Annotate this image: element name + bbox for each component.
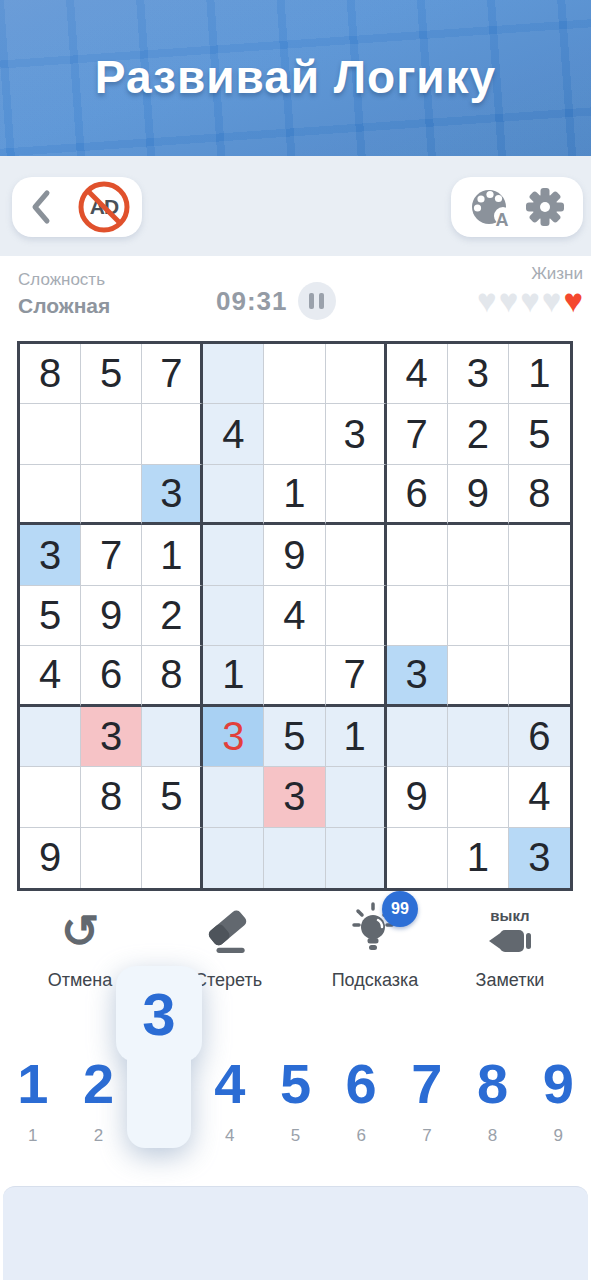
cell-r9c8[interactable]: 1 [448,828,509,888]
number-pad: 11223445566778899 [0,1048,591,1160]
cell-r1c1[interactable]: 8 [20,344,81,404]
cell-r8c5[interactable]: 3 [264,767,325,827]
cell-r4c9[interactable] [509,525,570,585]
chevron-left-icon [26,185,56,229]
no-ads-button[interactable]: AD [76,179,132,235]
pause-button[interactable] [298,282,336,320]
cell-r5c8[interactable] [448,586,509,646]
cell-r8c3[interactable]: 5 [142,767,203,827]
cell-r9c4[interactable] [203,828,264,888]
numpad-digit: 6 [328,1048,394,1120]
pause-icon [309,293,314,309]
cell-r5c1[interactable]: 5 [20,586,81,646]
numpad-remaining-count: 6 [328,1126,394,1146]
banner-title: Развивай Логику [0,50,591,104]
cell-r2c6[interactable]: 3 [326,404,387,464]
cell-r7c4[interactable]: 3 [203,707,264,767]
cell-r6c6[interactable]: 7 [326,646,387,706]
cell-r6c7[interactable]: 3 [387,646,448,706]
cell-r6c3[interactable]: 8 [142,646,203,706]
cell-r7c7[interactable] [387,707,448,767]
hint-label: Подсказка [310,970,440,991]
numpad-remaining-count: 4 [197,1126,263,1146]
cell-r3c3[interactable]: 3 [142,465,203,525]
gear-icon [521,183,569,231]
back-button[interactable] [26,185,56,229]
difficulty-label: Сложность [18,270,110,290]
cell-r8c2[interactable]: 8 [81,767,142,827]
numpad-key-1[interactable]: 11 [0,1048,66,1160]
cell-r6c8[interactable] [448,646,509,706]
toolbar: AD A [0,156,591,256]
cell-r4c4[interactable] [203,525,264,585]
difficulty-block: Сложность Сложная [18,270,110,318]
numpad-digit: 4 [197,1048,263,1120]
cell-r5c5[interactable]: 4 [264,586,325,646]
numpad-remaining-count: 1 [0,1126,66,1146]
pressed-key-digit: 3 [142,980,175,1049]
numpad-digit: 8 [460,1048,526,1120]
cell-r1c8[interactable]: 3 [448,344,509,404]
notes-button[interactable]: выкл Заметки [445,900,575,991]
numpad-digit: 1 [0,1048,66,1120]
hint-count-badge: 99 [382,891,418,927]
cell-r5c3[interactable]: 2 [142,586,203,646]
numpad-remaining-count: 8 [460,1126,526,1146]
cell-r7c6[interactable]: 1 [326,707,387,767]
numpad-key-7[interactable]: 77 [394,1048,460,1160]
heart-icon: ♥ [542,282,564,319]
cell-r1c9[interactable]: 1 [509,344,570,404]
cell-r4c7[interactable] [387,525,448,585]
cell-r4c6[interactable] [326,525,387,585]
cell-r9c6[interactable] [326,828,387,888]
heart-icon: ♥ [477,282,499,319]
cell-r7c3[interactable] [142,707,203,767]
theme-button[interactable]: A [465,181,517,233]
cell-r4c2[interactable]: 7 [81,525,142,585]
cell-r8c1[interactable] [20,767,81,827]
cell-r8c8[interactable] [448,767,509,827]
cell-r1c5[interactable] [264,344,325,404]
numpad-digit: 7 [394,1048,460,1120]
ad-banner-area [3,1186,588,1280]
cell-r2c9[interactable]: 5 [509,404,570,464]
cell-r5c2[interactable]: 9 [81,586,142,646]
back-noads-pill: AD [12,177,142,237]
notes-label: Заметки [445,970,575,991]
notes-state: выкл [490,907,529,924]
cell-r9c3[interactable] [142,828,203,888]
cell-r7c8[interactable] [448,707,509,767]
cell-r1c7[interactable]: 4 [387,344,448,404]
cell-r3c9[interactable]: 8 [509,465,570,525]
cell-r3c1[interactable] [20,465,81,525]
lives-block: Жизни ♥♥♥♥♥ [477,264,585,324]
svg-text:A: A [496,210,509,230]
cell-r6c9[interactable] [509,646,570,706]
cell-r1c4[interactable] [203,344,264,404]
cell-r8c6[interactable] [326,767,387,827]
cell-r6c1[interactable]: 4 [20,646,81,706]
cell-r9c5[interactable] [264,828,325,888]
cell-r4c5[interactable]: 9 [264,525,325,585]
cell-r2c2[interactable] [81,404,142,464]
numpad-remaining-count: 9 [525,1126,591,1146]
cell-r2c4[interactable]: 4 [203,404,264,464]
heart-icon: ♥ [563,282,585,319]
pressed-key-bubble: 3 [116,966,202,1062]
cell-r7c1[interactable] [20,707,81,767]
palette-icon: A [465,181,517,233]
cell-r2c3[interactable] [142,404,203,464]
cell-r4c8[interactable] [448,525,509,585]
cell-r3c7[interactable]: 6 [387,465,448,525]
cell-r3c4[interactable] [203,465,264,525]
cell-r5c4[interactable] [203,586,264,646]
cell-r1c3[interactable]: 7 [142,344,203,404]
cell-r7c2[interactable]: 3 [81,707,142,767]
cell-r7c9[interactable]: 6 [509,707,570,767]
cell-r8c4[interactable] [203,767,264,827]
cell-r3c5[interactable]: 1 [264,465,325,525]
cell-r7c5[interactable]: 5 [264,707,325,767]
settings-button[interactable] [521,183,569,231]
numpad-remaining-count: 2 [66,1126,132,1146]
eraser-icon [203,906,253,956]
numpad-digit: 2 [66,1048,132,1120]
numpad-digit: 9 [525,1048,591,1120]
cell-r8c7[interactable]: 9 [387,767,448,827]
cell-r2c8[interactable]: 2 [448,404,509,464]
numpad-key-8[interactable]: 88 [460,1048,526,1160]
cell-r1c6[interactable] [326,344,387,404]
cell-r9c7[interactable] [387,828,448,888]
numpad-remaining-count: 5 [263,1126,329,1146]
numpad-key-5[interactable]: 55 [263,1048,329,1160]
cell-r6c2[interactable]: 6 [81,646,142,706]
heart-icon: ♥ [499,282,521,319]
timer: 09:31 [216,286,288,317]
cell-r2c5[interactable] [264,404,325,464]
cell-r9c2[interactable] [81,828,142,888]
sudoku-board: 8574314372531698371959244681733351685394… [17,341,573,891]
undo-icon: ↺ [61,908,100,954]
cell-r9c9[interactable]: 3 [509,828,570,888]
cell-r9c1[interactable]: 9 [20,828,81,888]
lives-label: Жизни [477,264,583,284]
cell-r3c2[interactable] [81,465,142,525]
cell-r8c9[interactable]: 4 [509,767,570,827]
difficulty-value: Сложная [18,294,110,318]
cell-r6c5[interactable] [264,646,325,706]
status-row: Сложность Сложная 09:31 Жизни ♥♥♥♥♥ [0,256,591,340]
action-row: ↺ Отмена Стереть [0,900,591,1005]
cell-r4c1[interactable]: 3 [20,525,81,585]
cell-r5c9[interactable] [509,586,570,646]
cell-r3c8[interactable]: 9 [448,465,509,525]
numpad-key-4[interactable]: 44 [197,1048,263,1160]
numpad-key-2[interactable]: 22 [66,1048,132,1160]
top-banner: Развивай Логику [0,0,591,156]
lives-hearts: ♥♥♥♥♥ [477,284,585,324]
cell-r6c4[interactable]: 1 [203,646,264,706]
cell-r1c2[interactable]: 5 [81,344,142,404]
numpad-remaining-count: 7 [394,1126,460,1146]
theme-settings-pill: A [451,177,583,237]
heart-icon: ♥ [520,282,542,319]
cell-r5c7[interactable] [387,586,448,646]
numpad-key-9[interactable]: 99 [525,1048,591,1160]
cell-r4c3[interactable]: 1 [142,525,203,585]
cell-r2c1[interactable] [20,404,81,464]
cell-r5c6[interactable] [326,586,387,646]
cell-r2c7[interactable]: 7 [387,404,448,464]
numpad-digit: 5 [263,1048,329,1120]
cell-r3c6[interactable] [326,465,387,525]
numpad-key-6[interactable]: 66 [328,1048,394,1160]
hint-button[interactable]: 99 Подсказка [310,900,440,991]
no-ads-prohibition-icon [76,179,132,235]
marker-pen-icon [484,926,536,956]
